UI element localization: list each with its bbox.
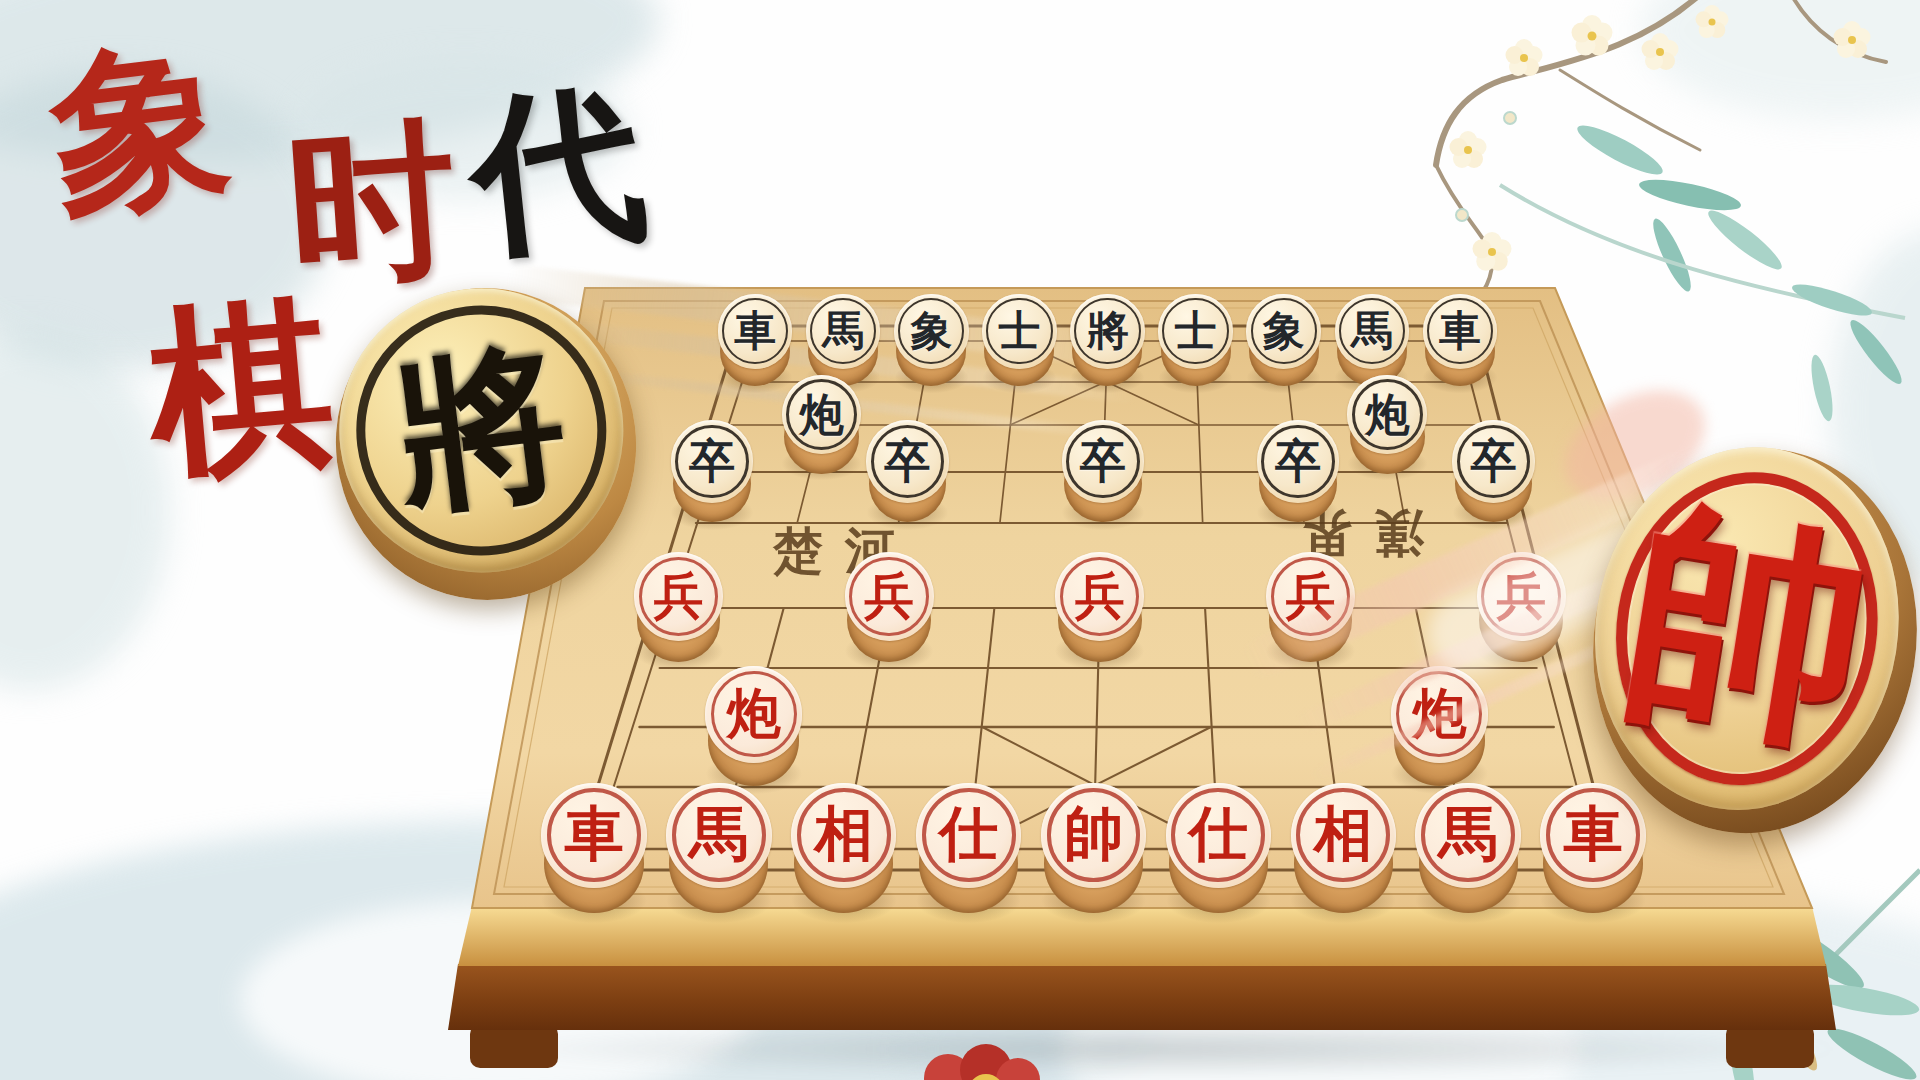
red-general-glyph: 帥 — [1569, 425, 1920, 832]
river-label-chu-he: 楚河 — [772, 521, 917, 580]
piece-face: 將 — [323, 272, 639, 588]
board-leg-left — [470, 1024, 558, 1068]
board-apron — [448, 964, 1836, 1030]
board-rim — [458, 906, 1826, 966]
river-label-han-jie: 漢界 — [1280, 504, 1425, 563]
piece-face: 帥 — [1569, 425, 1920, 832]
board-leg-right — [1726, 1024, 1814, 1068]
big-piece-black-general: 將 — [318, 271, 654, 617]
black-general-glyph: 將 — [323, 272, 639, 588]
big-piece-red-general: 帥 — [1566, 425, 1920, 857]
